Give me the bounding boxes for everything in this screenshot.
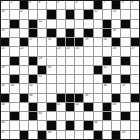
white-cell-6-6[interactable] (57, 57, 65, 65)
white-cell-11-4[interactable] (38, 103, 46, 111)
white-cell-9-14[interactable] (131, 84, 139, 92)
white-cell-1-4[interactable] (38, 10, 46, 18)
white-cell-4-9[interactable]: 19 (84, 38, 92, 46)
white-cell-2-7[interactable] (66, 20, 74, 28)
clue-number: 11 (20, 10, 23, 13)
white-cell-1-14[interactable] (131, 10, 139, 18)
white-cell-8-5[interactable] (47, 75, 55, 83)
white-cell-9-2[interactable] (20, 84, 28, 92)
clue-number: 37 (122, 84, 125, 87)
white-cell-1-2[interactable]: 11 (20, 10, 28, 18)
white-cell-12-2[interactable] (20, 112, 28, 120)
black-cell-11-9 (84, 103, 92, 111)
white-cell-10-5[interactable] (47, 94, 55, 102)
white-cell-0-11[interactable]: 7 (103, 1, 111, 9)
white-cell-1-0[interactable]: 10 (1, 10, 9, 18)
white-cell-5-1[interactable] (10, 47, 18, 55)
white-cell-7-3[interactable] (29, 66, 37, 74)
black-cell-8-13 (121, 75, 129, 83)
white-cell-7-12[interactable] (112, 66, 120, 74)
clue-number: 21 (2, 47, 5, 50)
clue-number: 34 (11, 84, 14, 87)
black-cell-11-5 (47, 103, 55, 111)
clue-number: 39 (85, 94, 88, 97)
clue-number: 45 (2, 121, 5, 124)
black-cell-12-3 (29, 112, 37, 120)
black-cell-4-7 (66, 38, 74, 46)
clue-number: 38 (29, 94, 32, 97)
black-cell-1-9 (84, 10, 92, 18)
black-cell-12-11 (103, 112, 111, 120)
clue-number: 20 (103, 38, 106, 41)
white-cell-7-1[interactable] (10, 66, 18, 74)
white-cell-2-12[interactable] (112, 20, 120, 28)
black-cell-4-6 (57, 38, 65, 46)
white-cell-13-14[interactable] (131, 121, 139, 129)
clue-number: 15 (2, 29, 5, 32)
white-cell-3-0[interactable]: 15 (1, 29, 9, 37)
white-cell-1-13[interactable] (121, 10, 129, 18)
black-cell-11-11 (103, 103, 111, 111)
black-cell-3-3 (29, 29, 37, 37)
white-cell-3-8[interactable] (75, 29, 83, 37)
white-cell-4-1[interactable] (10, 38, 18, 46)
white-cell-2-2[interactable] (20, 20, 28, 28)
white-cell-12-4[interactable]: 44 (38, 112, 46, 120)
white-cell-8-7[interactable] (66, 75, 74, 83)
black-cell-10-7 (66, 94, 74, 102)
clue-number: 46 (94, 121, 97, 124)
white-cell-12-0[interactable] (1, 112, 9, 120)
white-cell-1-8[interactable] (75, 10, 83, 18)
white-cell-4-5[interactable]: 18 (47, 38, 55, 46)
white-cell-8-10[interactable] (94, 75, 102, 83)
white-cell-5-13[interactable] (121, 47, 129, 55)
white-cell-8-0[interactable] (1, 75, 9, 83)
white-cell-1-12[interactable]: 13 (112, 10, 120, 18)
black-cell-10-6 (57, 94, 65, 102)
white-cell-14-8[interactable] (75, 131, 83, 139)
white-cell-7-2[interactable] (20, 66, 28, 74)
white-cell-9-0[interactable]: 33 (1, 84, 9, 92)
white-cell-9-1[interactable]: 34 (10, 84, 18, 92)
white-cell-0-1[interactable]: 2 (10, 1, 18, 9)
white-cell-12-12[interactable] (112, 112, 120, 120)
white-cell-3-13[interactable] (121, 29, 129, 37)
white-cell-7-6[interactable] (57, 66, 65, 74)
clue-number: 33 (2, 84, 5, 87)
white-cell-4-3[interactable]: 17 (29, 38, 37, 46)
clue-number: 31 (103, 66, 106, 69)
clue-number: 47 (2, 131, 5, 134)
black-cell-2-13 (121, 20, 129, 28)
white-cell-6-5[interactable] (47, 57, 55, 65)
white-cell-3-1[interactable] (10, 29, 18, 37)
white-cell-9-7[interactable] (66, 84, 74, 92)
white-cell-6-14[interactable] (131, 57, 139, 65)
white-cell-5-5[interactable] (47, 47, 55, 55)
white-cell-13-0[interactable]: 45 (1, 121, 9, 129)
black-cell-6-11 (103, 57, 111, 65)
white-cell-2-14[interactable] (131, 20, 139, 28)
white-cell-14-3[interactable] (29, 131, 37, 139)
white-cell-1-6[interactable] (57, 10, 65, 18)
white-cell-9-4[interactable] (38, 84, 46, 92)
white-cell-12-5[interactable] (47, 112, 55, 120)
clue-number: 28 (39, 57, 42, 60)
white-cell-12-10[interactable] (94, 112, 102, 120)
white-cell-1-10[interactable]: 12 (94, 10, 102, 18)
clue-number: 6 (76, 1, 78, 4)
white-cell-7-11[interactable]: 31 (103, 66, 111, 74)
white-cell-12-9[interactable] (84, 112, 92, 120)
white-cell-10-4[interactable] (38, 94, 46, 102)
white-cell-7-5[interactable]: 30 (47, 66, 55, 74)
black-cell-0-10 (94, 1, 102, 9)
clue-number: 18 (48, 38, 51, 41)
black-cell-4-14 (131, 38, 139, 46)
white-cell-2-0[interactable] (1, 20, 9, 28)
white-cell-8-2[interactable] (20, 75, 28, 83)
clue-number: 10 (2, 10, 5, 13)
black-cell-7-10 (94, 66, 102, 74)
white-cell-0-13[interactable]: 8 (121, 1, 129, 9)
black-cell-11-3 (29, 103, 37, 111)
black-cell-4-8 (75, 38, 83, 46)
white-cell-9-9[interactable] (84, 84, 92, 92)
white-cell-7-14[interactable] (131, 66, 139, 74)
clue-number: 4 (39, 1, 41, 4)
white-cell-14-11[interactable] (103, 131, 111, 139)
white-cell-10-10[interactable] (94, 94, 102, 102)
black-cell-12-13 (121, 112, 129, 120)
white-cell-11-6[interactable]: 41 (57, 103, 65, 111)
black-cell-3-7 (66, 29, 74, 37)
clue-number: 41 (57, 103, 60, 106)
white-cell-11-0[interactable]: 40 (1, 103, 9, 111)
black-cell-0-2 (20, 1, 28, 9)
white-cell-1-1[interactable] (10, 10, 18, 18)
white-cell-3-14[interactable] (131, 29, 139, 37)
white-cell-0-14[interactable]: 9 (131, 1, 139, 9)
black-cell-13-7 (66, 121, 74, 129)
white-cell-13-1[interactable] (10, 121, 18, 129)
white-cell-6-9[interactable] (84, 57, 92, 65)
white-cell-5-6[interactable]: 23 (57, 47, 65, 55)
white-cell-0-0[interactable]: 1 (1, 1, 9, 9)
white-cell-7-8[interactable] (75, 66, 83, 74)
clue-number: 8 (122, 1, 124, 4)
white-cell-3-6[interactable] (57, 29, 65, 37)
white-cell-9-3[interactable]: 35 (29, 84, 37, 92)
white-cell-2-5[interactable] (47, 20, 55, 28)
white-cell-11-14[interactable] (131, 103, 139, 111)
white-cell-11-13[interactable] (121, 103, 129, 111)
clue-number: 16 (113, 29, 116, 32)
black-cell-1-5 (47, 10, 55, 18)
white-cell-9-13[interactable]: 37 (121, 84, 129, 92)
clue-number: 5 (57, 1, 59, 4)
white-cell-3-12[interactable]: 16 (112, 29, 120, 37)
white-cell-13-10[interactable]: 46 (94, 121, 102, 129)
white-cell-7-7[interactable] (66, 66, 74, 74)
clue-number: 25 (76, 47, 79, 50)
clue-number: 40 (2, 103, 5, 106)
white-cell-10-9[interactable]: 39 (84, 94, 92, 102)
white-cell-14-7[interactable] (66, 131, 74, 139)
clue-number: 2 (11, 1, 13, 4)
black-cell-2-11 (103, 20, 111, 28)
white-cell-13-12[interactable] (112, 121, 120, 129)
black-cell-6-1 (10, 57, 18, 65)
white-cell-13-3[interactable] (29, 121, 37, 129)
clue-number: 13 (113, 10, 116, 13)
black-cell-10-12 (112, 94, 120, 102)
white-cell-0-8[interactable]: 6 (75, 1, 83, 9)
clue-number: 19 (85, 38, 88, 41)
white-cell-9-6[interactable] (57, 84, 65, 92)
white-cell-14-1[interactable] (10, 131, 18, 139)
white-cell-9-12[interactable] (112, 84, 120, 92)
white-cell-6-4[interactable]: 28 (38, 57, 46, 65)
black-cell-10-2 (20, 94, 28, 102)
white-cell-9-10[interactable] (94, 84, 102, 92)
white-cell-8-8[interactable] (75, 75, 83, 83)
white-cell-0-5[interactable] (47, 1, 55, 9)
black-cell-14-2 (20, 131, 28, 139)
white-cell-1-11[interactable] (103, 10, 111, 18)
white-cell-5-3[interactable] (29, 47, 37, 55)
white-cell-8-12[interactable] (112, 75, 120, 83)
black-cell-1-7 (66, 10, 74, 18)
white-cell-14-14[interactable] (131, 131, 139, 139)
white-cell-14-9[interactable] (84, 131, 92, 139)
white-cell-10-13[interactable] (121, 94, 129, 102)
black-cell-14-4 (38, 131, 46, 139)
white-cell-11-2[interactable] (20, 103, 28, 111)
clue-number: 44 (39, 112, 42, 115)
white-cell-12-7[interactable] (66, 112, 74, 120)
clue-number: 24 (66, 47, 69, 50)
white-cell-0-6[interactable]: 5 (57, 1, 65, 9)
white-cell-4-11[interactable]: 20 (103, 38, 111, 46)
black-cell-6-13 (121, 57, 129, 65)
white-cell-11-10[interactable] (94, 103, 102, 111)
white-cell-5-4[interactable] (38, 47, 46, 55)
clue-number: 29 (2, 66, 5, 69)
white-cell-13-11[interactable] (103, 121, 111, 129)
white-cell-4-10[interactable] (94, 38, 102, 46)
clue-number: 23 (57, 47, 60, 50)
white-cell-12-14[interactable] (131, 112, 139, 120)
white-cell-10-11[interactable] (103, 94, 111, 102)
black-cell-3-9 (84, 29, 92, 37)
white-cell-14-0[interactable]: 47 (1, 131, 9, 139)
white-cell-11-1[interactable] (10, 103, 18, 111)
white-cell-8-14[interactable] (131, 75, 139, 83)
white-cell-14-6[interactable] (57, 131, 65, 139)
clue-number: 14 (39, 20, 42, 23)
white-cell-5-7[interactable]: 24 (66, 47, 74, 55)
clue-number: 43 (113, 103, 116, 106)
black-cell-6-3 (29, 57, 37, 65)
black-cell-8-11 (103, 75, 111, 83)
white-cell-3-4[interactable] (38, 29, 46, 37)
white-cell-11-8[interactable]: 42 (75, 103, 83, 111)
white-cell-3-2[interactable] (20, 29, 28, 37)
clue-number: 9 (131, 1, 133, 4)
white-cell-9-5[interactable] (47, 84, 55, 92)
white-cell-14-13[interactable]: 49 (121, 131, 129, 139)
white-cell-4-4[interactable] (38, 38, 46, 46)
white-cell-5-2[interactable]: 22 (20, 47, 28, 55)
black-cell-7-4 (38, 66, 46, 74)
black-cell-8-3 (29, 75, 37, 83)
white-cell-2-6[interactable] (57, 20, 65, 28)
black-cell-10-14 (131, 94, 139, 102)
clue-number: 17 (29, 38, 32, 41)
black-cell-4-12 (112, 38, 120, 46)
white-cell-5-14[interactable]: 27 (131, 47, 139, 55)
white-cell-0-4[interactable]: 4 (38, 1, 46, 9)
black-cell-11-7 (66, 103, 74, 111)
clue-number: 42 (76, 103, 79, 106)
white-cell-3-10[interactable] (94, 29, 102, 37)
clue-number: 36 (103, 84, 106, 87)
white-cell-5-9[interactable] (84, 47, 92, 55)
black-cell-2-3 (29, 20, 37, 28)
white-cell-13-4[interactable] (38, 121, 46, 129)
black-cell-4-2 (20, 38, 28, 46)
white-cell-7-9[interactable] (84, 66, 92, 74)
white-cell-0-3[interactable]: 3 (29, 1, 37, 9)
black-cell-3-5 (47, 29, 55, 37)
white-cell-5-8[interactable]: 25 (75, 47, 83, 55)
white-cell-2-10[interactable] (94, 20, 102, 28)
white-cell-5-0[interactable]: 21 (1, 47, 9, 55)
black-cell-13-9 (84, 121, 92, 129)
clue-number: 26 (113, 47, 116, 50)
black-cell-13-5 (47, 121, 55, 129)
white-cell-9-8[interactable] (75, 84, 83, 92)
black-cell-14-12 (112, 131, 120, 139)
white-cell-0-9[interactable] (84, 1, 92, 9)
black-cell-4-0 (1, 38, 9, 46)
black-cell-12-1 (10, 112, 18, 120)
white-cell-6-10[interactable] (94, 57, 102, 65)
white-cell-7-0[interactable]: 29 (1, 66, 9, 74)
white-cell-5-10[interactable] (94, 47, 102, 55)
white-cell-12-8[interactable] (75, 112, 83, 120)
black-cell-2-1 (10, 20, 18, 28)
white-cell-2-9[interactable] (84, 20, 92, 28)
clue-number: 12 (94, 10, 97, 13)
clue-number: 30 (48, 66, 51, 69)
clue-number: 22 (20, 47, 23, 50)
white-cell-6-2[interactable] (20, 57, 28, 65)
black-cell-3-11 (103, 29, 111, 37)
white-cell-10-1[interactable] (10, 94, 18, 102)
white-cell-13-6[interactable] (57, 121, 65, 129)
white-cell-13-13[interactable] (121, 121, 129, 129)
white-cell-6-8[interactable] (75, 57, 83, 65)
white-cell-11-12[interactable]: 43 (112, 103, 120, 111)
white-cell-9-11[interactable]: 36 (103, 84, 111, 92)
clue-number: 1 (2, 1, 4, 4)
white-cell-14-5[interactable]: 48 (47, 131, 55, 139)
white-cell-5-12[interactable]: 26 (112, 47, 120, 55)
black-cell-8-1 (10, 75, 18, 83)
white-cell-12-6[interactable] (57, 112, 65, 120)
clue-number: 32 (39, 75, 42, 78)
white-cell-6-7[interactable] (66, 57, 74, 65)
black-cell-10-8 (75, 94, 83, 102)
white-cell-6-0[interactable] (1, 57, 9, 65)
white-cell-0-7[interactable] (66, 1, 74, 9)
white-cell-8-4[interactable]: 32 (38, 75, 46, 83)
clue-number: 27 (131, 47, 134, 50)
black-cell-0-12 (112, 1, 120, 9)
clue-number: 35 (29, 84, 32, 87)
black-cell-14-10 (94, 131, 102, 139)
black-cell-10-0 (1, 94, 9, 102)
clue-number: 48 (48, 131, 51, 134)
white-cell-2-4[interactable]: 14 (38, 20, 46, 28)
white-cell-8-9[interactable] (84, 75, 92, 83)
crossword-grid: 1234567891011121314151617181920212223242… (0, 0, 140, 140)
clue-number: 7 (103, 1, 105, 4)
white-cell-2-8[interactable] (75, 20, 83, 28)
white-cell-8-6[interactable] (57, 75, 65, 83)
white-cell-13-8[interactable] (75, 121, 83, 129)
white-cell-6-12[interactable] (112, 57, 120, 65)
white-cell-7-13[interactable] (121, 66, 129, 74)
clue-number: 49 (122, 131, 125, 134)
white-cell-5-11[interactable] (103, 47, 111, 55)
white-cell-1-3[interactable] (29, 10, 37, 18)
white-cell-4-13[interactable] (121, 38, 129, 46)
clue-number: 3 (29, 1, 31, 4)
white-cell-13-2[interactable] (20, 121, 28, 129)
white-cell-10-3[interactable]: 38 (29, 94, 37, 102)
